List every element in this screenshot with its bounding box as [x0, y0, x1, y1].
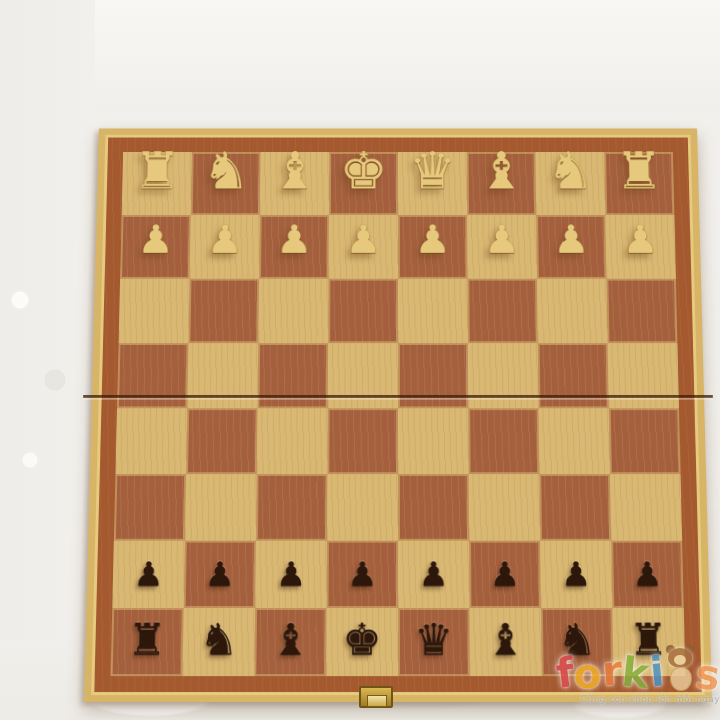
black-pawn: ♟ — [133, 557, 164, 590]
square — [610, 474, 682, 541]
brand-letters: forki s — [522, 640, 720, 692]
square: ♟ — [540, 541, 612, 608]
white-bishop: ♝ — [477, 145, 525, 196]
clasp-latch — [367, 695, 387, 707]
square: ♟ — [120, 215, 191, 279]
white-pawn: ♟ — [484, 220, 521, 259]
white-queen: ♛ — [408, 145, 456, 196]
square — [185, 474, 257, 541]
square: ♟ — [255, 541, 327, 608]
brand-watermark: forki s Cùng con khôn lớn mỗi ngày — [522, 640, 720, 704]
square — [187, 343, 258, 408]
square: ♝ — [260, 152, 329, 215]
white-pawn: ♟ — [206, 220, 243, 259]
square: ♟ — [605, 215, 676, 279]
black-knight: ♞ — [199, 617, 239, 660]
square — [117, 343, 188, 408]
square — [119, 279, 190, 343]
square — [537, 279, 608, 343]
black-pawn: ♟ — [347, 557, 377, 590]
square — [398, 343, 468, 408]
square: ♞ — [182, 608, 255, 676]
white-pawn: ♟ — [276, 220, 313, 259]
board-grid: ♜♞♝♚♛♝♞♜♟♟♟♟♟♟♟♟♟♟♟♟♟♟♟♟♜♞♝♚♛♝♞♜ — [111, 152, 686, 676]
board-frame: ♜♞♝♚♛♝♞♜♟♟♟♟♟♟♟♟♟♟♟♟♟♟♟♟♜♞♝♚♛♝♞♜ — [91, 135, 705, 695]
white-knight: ♞ — [201, 145, 250, 196]
square — [539, 474, 611, 541]
square — [114, 474, 186, 541]
white-rook: ♜ — [133, 145, 182, 196]
square — [538, 408, 609, 474]
white-pawn: ♟ — [414, 220, 450, 259]
square — [467, 279, 537, 343]
black-queen: ♛ — [414, 617, 453, 660]
square: ♜ — [604, 152, 674, 215]
square — [188, 279, 259, 343]
square — [115, 408, 187, 474]
square: ♟ — [112, 541, 185, 608]
square: ♟ — [327, 541, 398, 608]
square — [398, 474, 469, 541]
black-pawn: ♟ — [419, 557, 449, 590]
black-bishop: ♝ — [271, 617, 311, 660]
square: ♟ — [184, 541, 256, 608]
square — [606, 279, 677, 343]
brand-letter: s — [692, 653, 720, 697]
brand-letter: i — [648, 651, 666, 693]
square — [257, 408, 328, 474]
square: ♝ — [467, 152, 536, 215]
square — [608, 343, 679, 408]
white-knight: ♞ — [546, 145, 595, 196]
square: ♛ — [398, 608, 470, 676]
square: ♜ — [122, 152, 192, 215]
brand-letter: k — [620, 652, 651, 696]
chess-board: ♜♞♝♚♛♝♞♜♟♟♟♟♟♟♟♟♟♟♟♟♟♟♟♟♜♞♝♚♛♝♞♜ — [84, 128, 712, 702]
square — [609, 408, 681, 474]
brand-letter: o — [572, 653, 604, 696]
square: ♚ — [329, 152, 398, 215]
square — [328, 279, 398, 343]
white-rook: ♜ — [614, 145, 663, 196]
bear-body-icon — [670, 667, 692, 691]
square: ♟ — [190, 215, 260, 279]
white-pawn: ♟ — [137, 220, 174, 259]
black-pawn: ♟ — [561, 557, 592, 590]
square: ♟ — [398, 215, 467, 279]
square — [328, 343, 398, 408]
bear-mascot-icon — [665, 648, 695, 692]
black-rook: ♜ — [127, 617, 167, 660]
square — [327, 408, 398, 474]
brass-clasp — [359, 686, 393, 708]
white-pawn: ♟ — [622, 220, 659, 259]
square — [398, 408, 469, 474]
square: ♞ — [191, 152, 261, 215]
background-fabric-top — [0, 0, 720, 110]
square: ♜ — [111, 608, 184, 676]
square — [258, 343, 329, 408]
square: ♛ — [398, 152, 467, 215]
white-pawn: ♟ — [345, 220, 381, 259]
black-pawn: ♟ — [632, 557, 663, 590]
square — [468, 343, 539, 408]
square — [256, 474, 327, 541]
square — [327, 474, 398, 541]
black-pawn: ♟ — [490, 557, 520, 590]
square: ♝ — [254, 608, 326, 676]
square: ♚ — [326, 608, 398, 676]
white-bishop: ♝ — [270, 145, 318, 196]
background-fabric-left — [0, 0, 95, 720]
square: ♟ — [611, 541, 684, 608]
square — [469, 474, 540, 541]
black-bishop: ♝ — [486, 617, 526, 660]
square: ♟ — [329, 215, 398, 279]
white-pawn: ♟ — [553, 220, 590, 259]
product-photo-scene: ♜♞♝♚♛♝♞♜♟♟♟♟♟♟♟♟♟♟♟♟♟♟♟♟♜♞♝♚♛♝♞♜ forki s… — [0, 0, 720, 720]
bear-muzzle-icon — [674, 655, 686, 665]
black-pawn: ♟ — [276, 557, 306, 590]
white-king: ♚ — [339, 145, 387, 196]
black-pawn: ♟ — [205, 557, 236, 590]
square: ♟ — [398, 541, 469, 608]
square — [186, 408, 257, 474]
square: ♟ — [467, 215, 537, 279]
square: ♟ — [259, 215, 329, 279]
square — [398, 279, 468, 343]
black-king: ♚ — [342, 617, 381, 660]
square: ♟ — [469, 541, 541, 608]
square: ♞ — [535, 152, 605, 215]
square: ♟ — [536, 215, 606, 279]
square — [468, 408, 539, 474]
square — [538, 343, 609, 408]
square — [258, 279, 328, 343]
